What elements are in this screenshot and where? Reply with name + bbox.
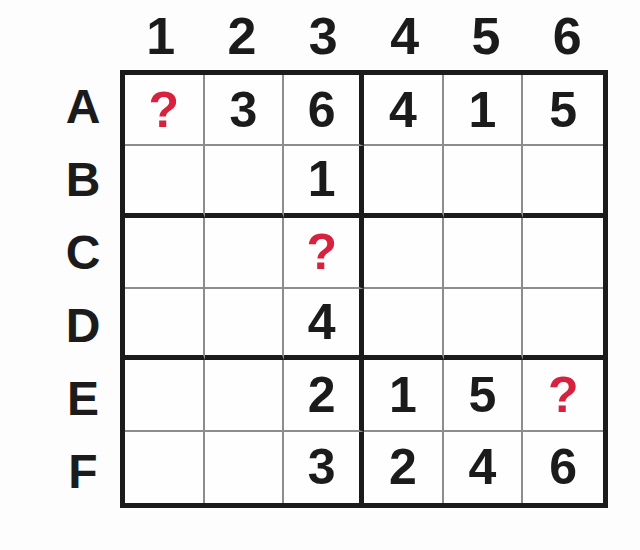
cell-D4 [364,289,444,360]
col-header-3: 3 [283,0,364,70]
col-header-1: 1 [120,0,201,70]
cell-B5 [444,146,524,217]
col-header-2: 2 [201,0,282,70]
cell-D1 [125,289,205,360]
cell-C2 [205,218,285,289]
cell-D5 [444,289,524,360]
cell-B6 [523,146,603,217]
cell-F1 [125,432,205,503]
cell-C3: ? [284,218,364,289]
cell-A5: 1 [444,75,524,146]
cell-F2 [205,432,285,503]
cell-A6: 5 [523,75,603,146]
row-header-B: B [56,143,120,216]
cell-E2 [205,360,285,431]
cell-C4 [364,218,444,289]
row-header-A: A [56,70,120,143]
cell-A4: 4 [364,75,444,146]
cell-F5: 4 [444,432,524,503]
cell-B3: 1 [284,146,364,217]
cell-B2 [205,146,285,217]
corner-spacer [56,0,120,70]
cell-E4: 1 [364,360,444,431]
cell-B4 [364,146,444,217]
cell-A1: ? [125,75,205,146]
cell-D3: 4 [284,289,364,360]
col-header-6: 6 [527,0,608,70]
cell-C6 [523,218,603,289]
row-headers: ABCDEF [56,70,120,508]
cell-D6 [523,289,603,360]
cell-E1 [125,360,205,431]
cell-F4: 2 [364,432,444,503]
cell-E6: ? [523,360,603,431]
cell-E3: 2 [284,360,364,431]
cell-F6: 6 [523,432,603,503]
col-header-5: 5 [445,0,526,70]
cell-C5 [444,218,524,289]
cell-E5: 5 [444,360,524,431]
cell-A2: 3 [205,75,285,146]
row-header-F: F [56,435,120,508]
col-header-4: 4 [364,0,445,70]
sudoku-board: ?364151?4215?3246 [120,70,608,508]
cell-C1 [125,218,205,289]
row-header-D: D [56,289,120,362]
cell-D2 [205,289,285,360]
sudoku-puzzle: 123456 ABCDEF ?364151?4215?3246 [56,0,640,508]
cell-A3: 6 [284,75,364,146]
row-header-C: C [56,216,120,289]
row-header-E: E [56,362,120,435]
column-headers: 123456 [120,0,608,70]
cell-F3: 3 [284,432,364,503]
cell-B1 [125,146,205,217]
